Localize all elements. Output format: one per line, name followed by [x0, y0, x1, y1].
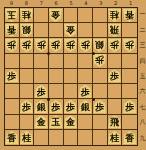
square-84[interactable]	[20, 54, 35, 69]
square-15[interactable]	[122, 69, 137, 84]
file-label-2: 2	[108, 0, 123, 7]
piece-gote-93[interactable]: 歩	[5, 39, 18, 52]
square-95[interactable]: 歩	[5, 69, 20, 84]
piece-sente-17[interactable]: 歩	[123, 100, 136, 113]
star-point-4	[92, 98, 95, 101]
file-label-6: 6	[49, 0, 64, 7]
square-68[interactable]: 玉	[49, 115, 64, 130]
piece-gote-82[interactable]: 銀	[20, 24, 33, 37]
square-25[interactable]: 歩	[108, 69, 123, 84]
file-label-5: 5	[64, 0, 79, 7]
square-18[interactable]	[122, 115, 137, 130]
square-44[interactable]	[78, 54, 93, 69]
square-48[interactable]	[78, 115, 93, 130]
square-52[interactable]: 金	[64, 23, 79, 38]
file-label-8: 8	[19, 0, 34, 7]
piece-gote-13[interactable]: 歩	[123, 39, 136, 52]
square-42[interactable]	[78, 23, 93, 38]
piece-gote-91[interactable]: 玉	[5, 9, 18, 22]
square-63[interactable]: 歩	[49, 38, 64, 53]
piece-sente-77[interactable]: 銀	[35, 100, 48, 113]
square-79[interactable]	[34, 130, 49, 145]
square-56[interactable]	[64, 84, 79, 99]
square-55[interactable]	[64, 69, 79, 84]
piece-gote-34[interactable]: 歩	[93, 54, 106, 67]
square-28[interactable]: 飛	[108, 115, 123, 130]
square-77[interactable]: 銀	[34, 99, 49, 114]
square-31[interactable]	[93, 8, 108, 23]
piece-sente-78[interactable]: 金	[35, 115, 48, 128]
piece-sente-46[interactable]: 歩	[79, 85, 92, 98]
piece-sente-57[interactable]: 歩	[64, 100, 77, 113]
piece-sente-89[interactable]: 桂	[20, 131, 33, 144]
square-76[interactable]: 歩	[34, 84, 49, 99]
piece-sente-87[interactable]: 歩	[20, 100, 33, 113]
square-62[interactable]	[49, 23, 64, 38]
piece-sente-67[interactable]: 歩	[49, 100, 62, 113]
square-39[interactable]	[93, 130, 108, 145]
rank-label-6: 六	[139, 84, 146, 99]
square-36[interactable]	[93, 84, 108, 99]
piece-sente-37[interactable]: 歩	[93, 100, 106, 113]
square-43[interactable]: 歩	[78, 38, 93, 53]
square-46[interactable]: 歩	[78, 84, 93, 99]
square-27[interactable]	[108, 99, 123, 114]
square-29[interactable]: 桂	[108, 130, 123, 145]
rank-label-1: 一	[139, 7, 146, 22]
square-37[interactable]: 歩	[93, 99, 108, 114]
piece-sente-29[interactable]: 桂	[108, 131, 121, 144]
square-87[interactable]: 歩	[20, 99, 35, 114]
square-59[interactable]	[64, 130, 79, 145]
square-12[interactable]	[122, 23, 137, 38]
square-97[interactable]	[5, 99, 20, 114]
star-point-2	[92, 52, 95, 55]
square-65[interactable]	[49, 69, 64, 84]
piece-gote-21[interactable]: 桂	[108, 9, 121, 22]
piece-gote-11[interactable]: 香	[123, 9, 136, 22]
square-83[interactable]: 歩	[20, 38, 35, 53]
piece-gote-73[interactable]: 歩	[35, 39, 48, 52]
square-35[interactable]	[93, 69, 108, 84]
square-49[interactable]	[78, 130, 93, 145]
piece-sente-99[interactable]: 香	[5, 131, 18, 144]
square-19[interactable]: 香	[122, 130, 137, 145]
square-99[interactable]: 香	[5, 130, 20, 145]
file-coordinate-labels: 987654321	[4, 0, 138, 7]
square-67[interactable]: 歩	[49, 99, 64, 114]
file-label-9: 9	[4, 0, 19, 7]
rank-label-4: 四	[139, 53, 146, 68]
square-54[interactable]	[64, 54, 79, 69]
piece-sente-95[interactable]: 歩	[5, 69, 18, 82]
square-22[interactable]: 飛	[108, 23, 123, 38]
file-label-7: 7	[34, 0, 49, 7]
square-96[interactable]	[5, 84, 20, 99]
square-92[interactable]: 香	[5, 23, 20, 38]
piece-sente-76[interactable]: 歩	[35, 85, 48, 98]
piece-sente-28[interactable]: 飛	[108, 115, 121, 128]
square-91[interactable]: 玉	[5, 8, 20, 23]
square-45[interactable]	[78, 69, 93, 84]
square-72[interactable]	[34, 23, 49, 38]
rank-label-3: 三	[139, 38, 146, 53]
rank-label-9: 九	[139, 131, 146, 146]
square-93[interactable]: 歩	[5, 38, 20, 53]
piece-gote-23[interactable]: 歩	[108, 39, 121, 52]
square-88[interactable]	[20, 115, 35, 130]
square-13[interactable]: 歩	[122, 38, 137, 53]
square-85[interactable]	[20, 69, 35, 84]
piece-gote-83[interactable]: 歩	[20, 39, 33, 52]
square-33[interactable]: 銀	[93, 38, 108, 53]
rank-label-8: 八	[139, 115, 146, 130]
square-24[interactable]	[108, 54, 123, 69]
file-label-1: 1	[123, 0, 138, 7]
file-label-4: 4	[78, 0, 93, 7]
piece-gote-43[interactable]: 歩	[79, 39, 92, 52]
piece-gote-33[interactable]: 銀	[93, 39, 106, 52]
rank-label-5: 五	[139, 69, 146, 84]
square-17[interactable]: 歩	[122, 99, 137, 114]
square-47[interactable]: 銀	[78, 99, 93, 114]
square-74[interactable]	[34, 54, 49, 69]
rank-label-7: 七	[139, 100, 146, 115]
square-32[interactable]	[93, 23, 108, 38]
piece-gote-63[interactable]: 歩	[49, 39, 62, 52]
piece-sente-68[interactable]: 玉	[49, 115, 62, 128]
square-78[interactable]: 金	[34, 115, 49, 130]
square-98[interactable]	[5, 115, 20, 130]
square-75[interactable]	[34, 69, 49, 84]
square-38[interactable]	[93, 115, 108, 130]
shogi-board: 玉桂金桂香香銀金飛歩歩歩歩歩歩銀歩歩歩歩歩歩歩歩銀歩歩銀歩歩金玉金飛香桂桂香	[4, 7, 138, 146]
square-26[interactable]	[108, 84, 123, 99]
piece-gote-53[interactable]: 歩	[64, 39, 77, 52]
square-21[interactable]: 桂	[108, 8, 123, 23]
square-89[interactable]: 桂	[20, 130, 35, 145]
square-58[interactable]: 金	[64, 115, 79, 130]
rank-coordinate-labels: 一二三四五六七八九	[139, 7, 146, 146]
square-94[interactable]	[5, 54, 20, 69]
square-61[interactable]: 金	[49, 8, 64, 23]
square-66[interactable]	[49, 84, 64, 99]
piece-sente-19[interactable]: 香	[123, 131, 136, 144]
rank-label-2: 二	[139, 22, 146, 37]
square-14[interactable]	[122, 54, 137, 69]
square-11[interactable]: 香	[122, 8, 137, 23]
square-64[interactable]	[49, 54, 64, 69]
square-53[interactable]: 歩	[64, 38, 79, 53]
piece-gote-22[interactable]: 飛	[108, 24, 121, 37]
piece-gote-81[interactable]: 桂	[20, 9, 33, 22]
square-16[interactable]	[122, 84, 137, 99]
square-51[interactable]	[64, 8, 79, 23]
square-41[interactable]	[78, 8, 93, 23]
square-34[interactable]: 歩	[93, 54, 108, 69]
square-81[interactable]: 桂	[20, 8, 35, 23]
piece-sente-47[interactable]: 銀	[79, 100, 92, 113]
piece-sente-58[interactable]: 金	[64, 115, 77, 128]
square-57[interactable]: 歩	[64, 99, 79, 114]
square-23[interactable]: 歩	[108, 38, 123, 53]
square-71[interactable]	[34, 8, 49, 23]
square-69[interactable]	[49, 130, 64, 145]
piece-sente-25[interactable]: 歩	[108, 69, 121, 82]
square-86[interactable]	[20, 84, 35, 99]
piece-gote-92[interactable]: 香	[5, 24, 18, 37]
file-label-3: 3	[93, 0, 108, 7]
square-82[interactable]: 銀	[20, 23, 35, 38]
piece-gote-52[interactable]: 金	[64, 24, 77, 37]
piece-gote-61[interactable]: 金	[49, 9, 62, 22]
